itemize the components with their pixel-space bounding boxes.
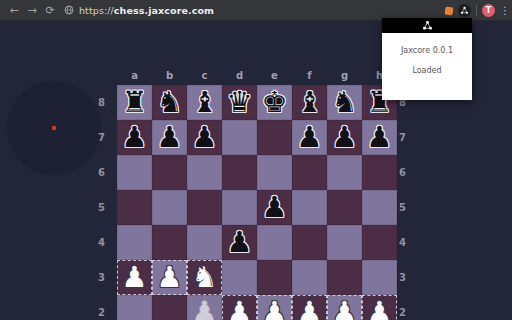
- square-f2[interactable]: ♟: [292, 295, 327, 320]
- file-labels: abcdefgh: [117, 70, 397, 84]
- square-d4[interactable]: ♟: [222, 225, 257, 260]
- square-a7[interactable]: ♟: [117, 120, 152, 155]
- square-b8[interactable]: ♞: [152, 85, 187, 120]
- square-h6[interactable]: [362, 155, 397, 190]
- square-f6[interactable]: [292, 155, 327, 190]
- site-info-icon[interactable]: [64, 5, 74, 15]
- white-knight[interactable]: ♞: [187, 260, 222, 295]
- rank-label-right-3: 3: [399, 260, 419, 295]
- square-d7[interactable]: [222, 120, 257, 155]
- square-h2[interactable]: ♟: [362, 295, 397, 320]
- white-pawn[interactable]: ♟: [187, 295, 222, 320]
- white-pawn[interactable]: ♟: [362, 295, 397, 320]
- square-a3[interactable]: ♟: [117, 260, 152, 295]
- square-f3[interactable]: [292, 260, 327, 295]
- square-h3[interactable]: [362, 260, 397, 295]
- square-c6[interactable]: [187, 155, 222, 190]
- file-label-b: b: [152, 70, 187, 84]
- url-domain: chess.jaxcore.com: [114, 5, 214, 16]
- black-pawn[interactable]: ♟: [327, 120, 362, 155]
- rank-label-left-2: 2: [92, 295, 112, 320]
- square-e2[interactable]: ♟: [257, 295, 292, 320]
- square-d8[interactable]: ♛: [222, 85, 257, 120]
- white-pawn[interactable]: ♟: [117, 260, 152, 295]
- rank-label-left-6: 6: [92, 155, 112, 190]
- white-pawn[interactable]: ♟: [152, 260, 187, 295]
- square-g2[interactable]: ♟: [327, 295, 362, 320]
- square-e3[interactable]: [257, 260, 292, 295]
- back-button[interactable]: ←: [6, 0, 22, 21]
- black-knight[interactable]: ♞: [327, 85, 362, 120]
- square-g8[interactable]: ♞: [327, 85, 362, 120]
- toolbar-separator: [476, 5, 477, 16]
- rank-labels-left: 87654321: [92, 85, 112, 320]
- rank-label-right-4: 4: [399, 225, 419, 260]
- black-king[interactable]: ♚: [257, 85, 292, 120]
- extension-icon[interactable]: [444, 6, 453, 15]
- black-pawn[interactable]: ♟: [152, 120, 187, 155]
- black-pawn[interactable]: ♟: [362, 120, 397, 155]
- file-label-a: a: [117, 70, 152, 84]
- square-a8[interactable]: ♜: [117, 85, 152, 120]
- square-a6[interactable]: [117, 155, 152, 190]
- square-d6[interactable]: [222, 155, 257, 190]
- address-bar[interactable]: https://chess.jaxcore.com: [79, 5, 214, 16]
- url-scheme: https://: [79, 5, 114, 16]
- cursor-dot: [52, 126, 56, 130]
- popup-header: [382, 18, 472, 33]
- square-a4[interactable]: [117, 225, 152, 260]
- square-f4[interactable]: [292, 225, 327, 260]
- dial-indicator: [7, 81, 101, 175]
- popup-status-text: Loaded: [382, 66, 472, 75]
- rank-label-right-6: 6: [399, 155, 419, 190]
- rank-label-left-4: 4: [92, 225, 112, 260]
- rank-labels-right: 87654321: [399, 85, 419, 320]
- white-pawn[interactable]: ♟: [327, 295, 362, 320]
- rank-label-left-8: 8: [92, 85, 112, 120]
- file-label-c: c: [187, 70, 222, 84]
- square-f8[interactable]: ♝: [292, 85, 327, 120]
- square-c8[interactable]: ♝: [187, 85, 222, 120]
- square-f5[interactable]: [292, 190, 327, 225]
- profile-avatar[interactable]: T: [482, 4, 495, 17]
- square-d2[interactable]: ♟: [222, 295, 257, 320]
- square-e7[interactable]: [257, 120, 292, 155]
- square-b6[interactable]: [152, 155, 187, 190]
- forward-button[interactable]: →: [24, 0, 40, 21]
- white-pawn[interactable]: ♟: [292, 295, 327, 320]
- square-b7[interactable]: ♟: [152, 120, 187, 155]
- jaxcore-extension-icon[interactable]: [458, 4, 471, 17]
- square-h4[interactable]: [362, 225, 397, 260]
- black-bishop[interactable]: ♝: [187, 85, 222, 120]
- square-c5[interactable]: [187, 190, 222, 225]
- jaxcore-logo-icon: [422, 16, 433, 35]
- white-pawn[interactable]: ♟: [257, 295, 292, 320]
- black-pawn[interactable]: ♟: [117, 120, 152, 155]
- square-h7[interactable]: ♟: [362, 120, 397, 155]
- popup-version-text: Jaxcore 0.0.1: [382, 46, 472, 55]
- reload-button[interactable]: ⟳: [42, 0, 58, 21]
- chess-board[interactable]: ♜♞♝♛♚♝♞♜♟♟♟♟♟♟♟♟♟♟♞♟♟♟♟♟♟♜♝♛♚♝♞♜: [117, 85, 397, 320]
- square-a2[interactable]: [117, 295, 152, 320]
- file-label-d: d: [222, 70, 257, 84]
- black-pawn[interactable]: ♟: [187, 120, 222, 155]
- square-c2[interactable]: ♟: [187, 295, 222, 320]
- square-d5[interactable]: [222, 190, 257, 225]
- square-e5[interactable]: ♟: [257, 190, 292, 225]
- square-c7[interactable]: ♟: [187, 120, 222, 155]
- rank-label-left-5: 5: [92, 190, 112, 225]
- rank-label-left-7: 7: [92, 120, 112, 155]
- black-knight[interactable]: ♞: [152, 85, 187, 120]
- square-d3[interactable]: [222, 260, 257, 295]
- file-label-e: e: [257, 70, 292, 84]
- black-queen[interactable]: ♛: [222, 85, 257, 120]
- square-e8[interactable]: ♚: [257, 85, 292, 120]
- rank-label-left-3: 3: [92, 260, 112, 295]
- square-b2[interactable]: [152, 295, 187, 320]
- square-e4[interactable]: [257, 225, 292, 260]
- square-g6[interactable]: [327, 155, 362, 190]
- square-g5[interactable]: [327, 190, 362, 225]
- browser-window: ← → ⟳ https://chess.jaxcore.com T: [0, 0, 512, 320]
- square-e6[interactable]: [257, 155, 292, 190]
- square-a5[interactable]: [117, 190, 152, 225]
- black-pawn[interactable]: ♟: [222, 225, 257, 260]
- square-b4[interactable]: [152, 225, 187, 260]
- black-pawn[interactable]: ♟: [292, 120, 327, 155]
- extension-popup: Jaxcore 0.0.1 Loaded: [382, 18, 472, 100]
- square-f7[interactable]: ♟: [292, 120, 327, 155]
- white-pawn[interactable]: ♟: [222, 295, 257, 320]
- rank-label-right-5: 5: [399, 190, 419, 225]
- black-pawn[interactable]: ♟: [257, 190, 292, 225]
- square-c3[interactable]: ♞: [187, 260, 222, 295]
- square-h5[interactable]: [362, 190, 397, 225]
- square-b3[interactable]: ♟: [152, 260, 187, 295]
- rank-label-right-2: 2: [399, 295, 419, 320]
- file-label-g: g: [327, 70, 362, 84]
- black-bishop[interactable]: ♝: [292, 85, 327, 120]
- file-label-f: f: [292, 70, 327, 84]
- rank-label-right-7: 7: [399, 120, 419, 155]
- black-rook[interactable]: ♜: [117, 85, 152, 120]
- overflow-menu-icon[interactable]: ⋮: [500, 0, 508, 21]
- square-g7[interactable]: ♟: [327, 120, 362, 155]
- square-g3[interactable]: [327, 260, 362, 295]
- square-c4[interactable]: [187, 225, 222, 260]
- square-g4[interactable]: [327, 225, 362, 260]
- square-b5[interactable]: [152, 190, 187, 225]
